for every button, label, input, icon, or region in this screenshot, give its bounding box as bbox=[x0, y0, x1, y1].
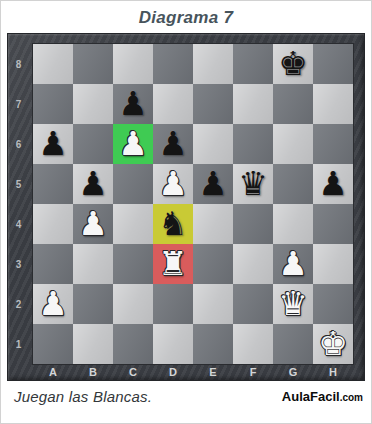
square-d5: ♟ bbox=[153, 164, 193, 204]
white-rook-d3: ♜ bbox=[153, 244, 193, 284]
file-label-d: D bbox=[153, 364, 193, 380]
square-g3: ♟ bbox=[273, 244, 313, 284]
square-e4 bbox=[193, 204, 233, 244]
square-c1 bbox=[113, 324, 153, 364]
white-pawn-d5: ♟ bbox=[153, 164, 193, 204]
square-b7 bbox=[73, 84, 113, 124]
square-g7 bbox=[273, 84, 313, 124]
square-c4 bbox=[113, 204, 153, 244]
board: ♚♟♟♟♟♟♟♟♛♟♟♞♜♟♟♛♚ bbox=[33, 44, 353, 364]
square-c6-highlight-green: ♟ bbox=[113, 124, 153, 164]
file-label-a: A bbox=[33, 364, 73, 380]
square-a5 bbox=[33, 164, 73, 204]
square-g1 bbox=[273, 324, 313, 364]
rank-label-3: 3 bbox=[8, 244, 33, 284]
square-e6 bbox=[193, 124, 233, 164]
square-c3 bbox=[113, 244, 153, 284]
square-h8 bbox=[313, 44, 353, 84]
rank-label-2: 2 bbox=[8, 284, 33, 324]
square-d1 bbox=[153, 324, 193, 364]
brand-tld: .com bbox=[340, 392, 363, 403]
chess-board-wrap: 87654321 ♚♟♟♟♟♟♟♟♛♟♟♞♜♟♟♛♚ ABCDEFGH bbox=[7, 33, 365, 381]
black-pawn-b5: ♟ bbox=[73, 164, 113, 204]
square-a3 bbox=[33, 244, 73, 284]
square-g6 bbox=[273, 124, 313, 164]
square-e8 bbox=[193, 44, 233, 84]
file-label-g: G bbox=[273, 364, 313, 380]
square-b3 bbox=[73, 244, 113, 284]
square-f2 bbox=[233, 284, 273, 324]
square-e1 bbox=[193, 324, 233, 364]
square-h3 bbox=[313, 244, 353, 284]
square-b6 bbox=[73, 124, 113, 164]
file-label-c: C bbox=[113, 364, 153, 380]
black-king-g8: ♚ bbox=[273, 44, 313, 84]
square-a6: ♟ bbox=[33, 124, 73, 164]
square-b5: ♟ bbox=[73, 164, 113, 204]
black-pawn-d6: ♟ bbox=[153, 124, 193, 164]
rank-label-1: 1 bbox=[8, 324, 33, 364]
caption-row: Juegan las Blancas. AulaFacil.com bbox=[1, 381, 371, 405]
page: Diagrama 7 87654321 ♚♟♟♟♟♟♟♟♛♟♟♞♜♟♟♛♚ AB… bbox=[0, 0, 372, 424]
rank-label-6: 6 bbox=[8, 124, 33, 164]
rank-label-4: 4 bbox=[8, 204, 33, 244]
white-pawn-c6: ♟ bbox=[113, 124, 153, 164]
square-h4 bbox=[313, 204, 353, 244]
white-pawn-g3: ♟ bbox=[273, 244, 313, 284]
square-f3 bbox=[233, 244, 273, 284]
rank-label-7: 7 bbox=[8, 84, 33, 124]
square-a8 bbox=[33, 44, 73, 84]
square-f6 bbox=[233, 124, 273, 164]
square-f5: ♛ bbox=[233, 164, 273, 204]
square-c8 bbox=[113, 44, 153, 84]
square-d3-highlight-red: ♜ bbox=[153, 244, 193, 284]
square-h7 bbox=[313, 84, 353, 124]
file-label-e: E bbox=[193, 364, 233, 380]
square-e2 bbox=[193, 284, 233, 324]
file-label-b: B bbox=[73, 364, 113, 380]
square-c7: ♟ bbox=[113, 84, 153, 124]
square-e7 bbox=[193, 84, 233, 124]
diagram-title: Diagrama 7 bbox=[1, 8, 371, 28]
square-d8 bbox=[153, 44, 193, 84]
square-g2: ♛ bbox=[273, 284, 313, 324]
black-pawn-a6: ♟ bbox=[33, 124, 73, 164]
square-a1 bbox=[33, 324, 73, 364]
rank-label-8: 8 bbox=[8, 44, 33, 84]
black-pawn-h5: ♟ bbox=[313, 164, 353, 204]
square-g8: ♚ bbox=[273, 44, 313, 84]
rank-label-5: 5 bbox=[8, 164, 33, 204]
square-h6 bbox=[313, 124, 353, 164]
square-d6: ♟ bbox=[153, 124, 193, 164]
square-d2 bbox=[153, 284, 193, 324]
square-a7 bbox=[33, 84, 73, 124]
square-g5 bbox=[273, 164, 313, 204]
square-b4: ♟ bbox=[73, 204, 113, 244]
black-knight-d4: ♞ bbox=[153, 204, 193, 244]
square-f8 bbox=[233, 44, 273, 84]
square-c2 bbox=[113, 284, 153, 324]
square-h2 bbox=[313, 284, 353, 324]
square-b1 bbox=[73, 324, 113, 364]
rank-labels: 87654321 bbox=[8, 44, 33, 364]
square-h5: ♟ bbox=[313, 164, 353, 204]
file-label-f: F bbox=[233, 364, 273, 380]
move-indicator-caption: Juegan las Blancas. bbox=[14, 388, 152, 405]
square-g4 bbox=[273, 204, 313, 244]
white-pawn-b4: ♟ bbox=[73, 204, 113, 244]
black-queen-f5: ♛ bbox=[233, 164, 273, 204]
board-frame: 87654321 ♚♟♟♟♟♟♟♟♛♟♟♞♜♟♟♛♚ ABCDEFGH bbox=[7, 33, 365, 381]
square-d4-highlight-yellow: ♞ bbox=[153, 204, 193, 244]
square-b2 bbox=[73, 284, 113, 324]
square-f1 bbox=[233, 324, 273, 364]
square-d7 bbox=[153, 84, 193, 124]
white-king-h1: ♚ bbox=[313, 324, 353, 364]
white-pawn-a2: ♟ bbox=[33, 284, 73, 324]
square-f7 bbox=[233, 84, 273, 124]
square-e5: ♟ bbox=[193, 164, 233, 204]
file-labels: ABCDEFGH bbox=[33, 364, 353, 380]
square-f4 bbox=[233, 204, 273, 244]
square-a2: ♟ bbox=[33, 284, 73, 324]
brand-name: AulaFacil bbox=[282, 389, 340, 404]
black-pawn-c7: ♟ bbox=[113, 84, 153, 124]
black-pawn-e5: ♟ bbox=[193, 164, 233, 204]
brand-logo: AulaFacil.com bbox=[282, 387, 363, 405]
square-e3 bbox=[193, 244, 233, 284]
square-c5 bbox=[113, 164, 153, 204]
square-b8 bbox=[73, 44, 113, 84]
square-a4 bbox=[33, 204, 73, 244]
square-h1: ♚ bbox=[313, 324, 353, 364]
white-queen-g2: ♛ bbox=[273, 284, 313, 324]
file-label-h: H bbox=[313, 364, 353, 380]
